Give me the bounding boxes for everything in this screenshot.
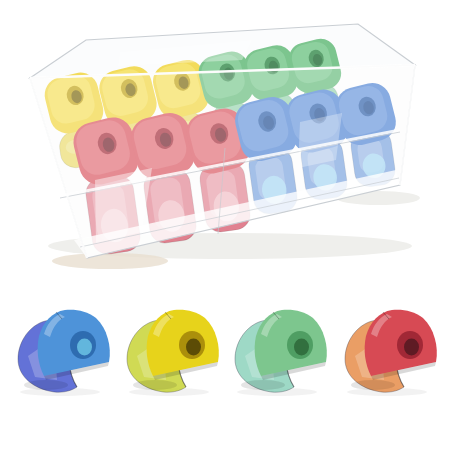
product-photo: [0, 0, 450, 450]
container-base-shade: [241, 380, 285, 390]
loose-sharpener-red: [337, 306, 443, 398]
sharpener-hole: [294, 339, 309, 356]
sharpener-hole: [404, 339, 419, 356]
container-base-shade: [351, 380, 395, 390]
loose-sharpener-green: [227, 306, 333, 398]
container-base-shade: [24, 380, 68, 390]
loose-sharpener-yellow: [119, 306, 225, 398]
box-shadow-warm: [52, 253, 168, 269]
sharpener-hole: [77, 339, 92, 356]
boxed-set-of-12: [0, 0, 450, 290]
container-base-shade: [133, 380, 177, 390]
loose-sharpener-blue: [10, 306, 116, 398]
glass-reflection-right: [298, 113, 342, 168]
sharpener-hole: [186, 339, 201, 356]
